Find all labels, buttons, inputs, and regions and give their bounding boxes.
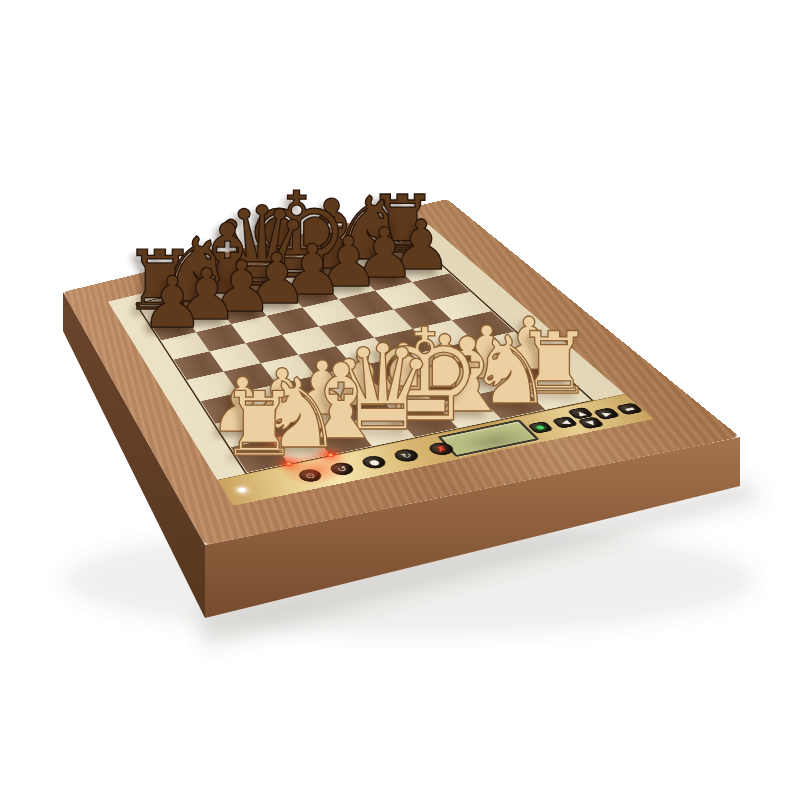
piece-black-pawn-a7[interactable]: ♟ [140,267,204,338]
pieces-layer: ♜♞♝♛♚♝♞♜♟♟♟♟♟♟♟♟♟♟♟♟♟♟♟♟♜♞♝♛♚♝♞♜ [0,0,800,800]
product-photo-stage: ⊙↺●↻✗ ●◀▲▼▶▬ ♜♞♝♛♚♝♞♜♟♟♟♟♟♟♟♟♟♟♟♟♟♟♟♟♜♞♝… [0,0,800,800]
piece-white-rook-a1[interactable]: ♜ [219,381,298,469]
